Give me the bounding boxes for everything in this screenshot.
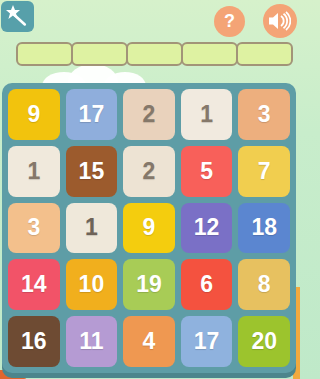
- tile-tray: [16, 42, 293, 66]
- help-label: ?: [224, 11, 235, 32]
- tile-r2c4[interactable]: 5: [181, 146, 233, 197]
- tile-r5c4[interactable]: 17: [181, 316, 233, 367]
- tile-r4c4[interactable]: 6: [181, 259, 233, 310]
- tile-r1c5[interactable]: 3: [238, 89, 290, 140]
- magic-wand-button[interactable]: [1, 1, 34, 32]
- tile-r5c3[interactable]: 4: [123, 316, 175, 367]
- tray-slot-2[interactable]: [71, 42, 128, 66]
- tile-r3c3[interactable]: 9: [123, 203, 175, 254]
- tile-r1c4[interactable]: 1: [181, 89, 233, 140]
- tile-r2c3[interactable]: 2: [123, 146, 175, 197]
- tile-r3c4[interactable]: 12: [181, 203, 233, 254]
- tile-r5c2[interactable]: 11: [66, 316, 118, 367]
- tile-r2c2[interactable]: 15: [66, 146, 118, 197]
- tray-slot-5[interactable]: [236, 42, 293, 66]
- sound-button[interactable]: [263, 4, 297, 38]
- tile-r5c5[interactable]: 20: [238, 316, 290, 367]
- tile-r3c5[interactable]: 18: [238, 203, 290, 254]
- tray-slot-3[interactable]: [126, 42, 183, 66]
- tile-r3c2[interactable]: 1: [66, 203, 118, 254]
- tile-r4c5[interactable]: 8: [238, 259, 290, 310]
- help-button[interactable]: ?: [214, 6, 245, 37]
- tray-slot-4[interactable]: [181, 42, 238, 66]
- tile-r1c2[interactable]: 17: [66, 89, 118, 140]
- tile-r5c1[interactable]: 16: [8, 316, 60, 367]
- tile-r4c2[interactable]: 10: [66, 259, 118, 310]
- tile-r1c3[interactable]: 2: [123, 89, 175, 140]
- magic-wand-icon: [5, 5, 31, 29]
- tile-r1c1[interactable]: 9: [8, 89, 60, 140]
- tile-r4c3[interactable]: 19: [123, 259, 175, 310]
- speaker-icon: [269, 11, 291, 31]
- tile-r2c5[interactable]: 7: [238, 146, 290, 197]
- tile-r2c1[interactable]: 1: [8, 146, 60, 197]
- tile-r4c1[interactable]: 14: [8, 259, 60, 310]
- tray-slot-1[interactable]: [16, 42, 73, 66]
- game-board: 917213115257319121814101968161141720: [2, 83, 296, 373]
- tile-r3c1[interactable]: 3: [8, 203, 60, 254]
